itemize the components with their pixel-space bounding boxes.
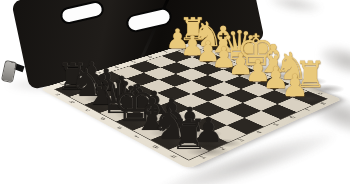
- zipper-pull-icon: [1, 60, 17, 83]
- scene: 12345678aabbccddeeffgghh12345678 ♜♞♝♛♚♝♞…: [0, 0, 350, 184]
- piece-shadow-top: [267, 0, 323, 17]
- piece-camel-pawn-h7[interactable]: ♟: [281, 71, 308, 102]
- piece-black-rook-h1[interactable]: ♜: [170, 114, 208, 156]
